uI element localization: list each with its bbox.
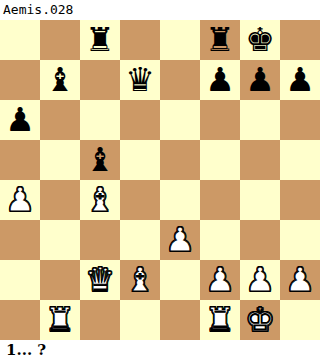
- square-c7[interactable]: [80, 60, 120, 100]
- black-king-icon: ♚: [240, 20, 280, 60]
- square-e1[interactable]: [160, 300, 200, 340]
- black-pawn-icon: ♟: [200, 60, 240, 100]
- square-c8[interactable]: ♜: [80, 20, 120, 60]
- square-h8[interactable]: [280, 20, 320, 60]
- chess-board: ♜♜♚♝♛♟♟♟♟♝♟♝♟♛♝♟♟♟♜♜♚: [0, 20, 320, 340]
- square-h1[interactable]: [280, 300, 320, 340]
- square-b1[interactable]: ♜: [40, 300, 80, 340]
- square-b4[interactable]: [40, 180, 80, 220]
- square-d4[interactable]: [120, 180, 160, 220]
- square-d5[interactable]: [120, 140, 160, 180]
- square-d7[interactable]: ♛: [120, 60, 160, 100]
- square-c3[interactable]: [80, 220, 120, 260]
- square-f2[interactable]: ♟: [200, 260, 240, 300]
- square-g4[interactable]: [240, 180, 280, 220]
- white-bishop-icon: ♝: [80, 180, 120, 220]
- black-rook-icon: ♜: [200, 20, 240, 60]
- move-prompt: 1... ?: [0, 340, 320, 360]
- square-g6[interactable]: [240, 100, 280, 140]
- black-pawn-icon: ♟: [0, 100, 40, 140]
- square-c5[interactable]: ♝: [80, 140, 120, 180]
- square-e3[interactable]: ♟: [160, 220, 200, 260]
- square-b3[interactable]: [40, 220, 80, 260]
- white-rook-icon: ♜: [200, 300, 240, 340]
- square-e5[interactable]: [160, 140, 200, 180]
- square-b7[interactable]: ♝: [40, 60, 80, 100]
- square-b5[interactable]: [40, 140, 80, 180]
- square-c2[interactable]: ♛: [80, 260, 120, 300]
- black-pawn-icon: ♟: [280, 60, 320, 100]
- white-pawn-icon: ♟: [280, 260, 320, 300]
- square-f3[interactable]: [200, 220, 240, 260]
- square-h4[interactable]: [280, 180, 320, 220]
- square-a4[interactable]: ♟: [0, 180, 40, 220]
- square-f7[interactable]: ♟: [200, 60, 240, 100]
- square-a3[interactable]: [0, 220, 40, 260]
- square-a1[interactable]: [0, 300, 40, 340]
- square-c6[interactable]: [80, 100, 120, 140]
- white-bishop-icon: ♝: [120, 260, 160, 300]
- square-a8[interactable]: [0, 20, 40, 60]
- square-e2[interactable]: [160, 260, 200, 300]
- white-queen-icon: ♛: [80, 260, 120, 300]
- square-e7[interactable]: [160, 60, 200, 100]
- square-a6[interactable]: ♟: [0, 100, 40, 140]
- square-a7[interactable]: [0, 60, 40, 100]
- square-e6[interactable]: [160, 100, 200, 140]
- square-d8[interactable]: [120, 20, 160, 60]
- black-queen-icon: ♛: [120, 60, 160, 100]
- square-h2[interactable]: ♟: [280, 260, 320, 300]
- black-bishop-icon: ♝: [80, 140, 120, 180]
- square-e4[interactable]: [160, 180, 200, 220]
- square-h5[interactable]: [280, 140, 320, 180]
- white-pawn-icon: ♟: [200, 260, 240, 300]
- square-d6[interactable]: [120, 100, 160, 140]
- square-e8[interactable]: [160, 20, 200, 60]
- square-a5[interactable]: [0, 140, 40, 180]
- square-f8[interactable]: ♜: [200, 20, 240, 60]
- square-d1[interactable]: [120, 300, 160, 340]
- square-b2[interactable]: [40, 260, 80, 300]
- square-g7[interactable]: ♟: [240, 60, 280, 100]
- square-f1[interactable]: ♜: [200, 300, 240, 340]
- square-d3[interactable]: [120, 220, 160, 260]
- black-bishop-icon: ♝: [40, 60, 80, 100]
- square-g1[interactable]: ♚: [240, 300, 280, 340]
- square-f6[interactable]: [200, 100, 240, 140]
- square-c4[interactable]: ♝: [80, 180, 120, 220]
- square-f5[interactable]: [200, 140, 240, 180]
- square-a2[interactable]: [0, 260, 40, 300]
- square-g5[interactable]: [240, 140, 280, 180]
- square-h6[interactable]: [280, 100, 320, 140]
- square-h7[interactable]: ♟: [280, 60, 320, 100]
- black-pawn-icon: ♟: [240, 60, 280, 100]
- square-h3[interactable]: [280, 220, 320, 260]
- white-rook-icon: ♜: [40, 300, 80, 340]
- puzzle-title: Aemis.028: [0, 0, 320, 20]
- square-c1[interactable]: [80, 300, 120, 340]
- white-pawn-icon: ♟: [240, 260, 280, 300]
- square-g8[interactable]: ♚: [240, 20, 280, 60]
- square-f4[interactable]: [200, 180, 240, 220]
- white-king-icon: ♚: [240, 300, 280, 340]
- chess-puzzle-app: Aemis.028 ♜♜♚♝♛♟♟♟♟♝♟♝♟♛♝♟♟♟♜♜♚ 1... ?: [0, 0, 320, 360]
- square-g2[interactable]: ♟: [240, 260, 280, 300]
- white-pawn-icon: ♟: [0, 180, 40, 220]
- square-g3[interactable]: [240, 220, 280, 260]
- white-pawn-icon: ♟: [160, 220, 200, 260]
- square-b8[interactable]: [40, 20, 80, 60]
- black-rook-icon: ♜: [80, 20, 120, 60]
- square-b6[interactable]: [40, 100, 80, 140]
- square-d2[interactable]: ♝: [120, 260, 160, 300]
